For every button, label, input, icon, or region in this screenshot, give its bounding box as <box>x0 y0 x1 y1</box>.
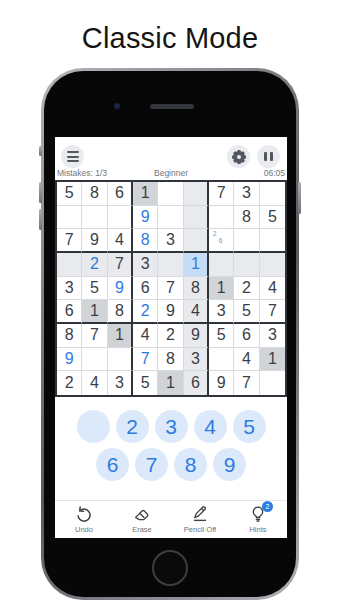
pencil-note-6: 6 <box>219 238 223 245</box>
volume-down-button <box>39 209 42 230</box>
sudoku-cell-r7c6[interactable]: 9 <box>184 324 209 348</box>
undo-button[interactable]: Undo <box>55 505 113 534</box>
undo-label: Undo <box>75 525 93 534</box>
sudoku-cell-r6c1[interactable]: 6 <box>57 300 82 324</box>
pencil-toggle-button[interactable]: Pencil Off <box>171 505 229 534</box>
sudoku-cell-r5c6[interactable]: 8 <box>184 277 209 301</box>
sudoku-cell-r6c3[interactable]: 8 <box>108 300 133 324</box>
front-camera-icon <box>114 103 120 109</box>
sudoku-cell-r1c8[interactable]: 3 <box>234 182 259 206</box>
pad-digit-5[interactable]: 5 <box>233 410 266 443</box>
sudoku-cell-r6c4[interactable]: 2 <box>133 300 158 324</box>
pad-digit-6[interactable]: 6 <box>96 448 129 481</box>
sudoku-cell-r2c7[interactable] <box>209 206 234 230</box>
pencil-label: Pencil Off <box>184 525 216 534</box>
sudoku-cell-r2c5[interactable] <box>158 206 183 230</box>
sudoku-cell-r1c6[interactable] <box>184 182 209 206</box>
sudoku-cell-r3c6[interactable] <box>184 229 209 253</box>
sudoku-cell-r1c9[interactable] <box>260 182 285 206</box>
sudoku-cell-r9c8[interactable]: 7 <box>234 371 259 395</box>
sudoku-cell-r1c1[interactable]: 5 <box>57 182 82 206</box>
undo-icon <box>75 505 93 523</box>
sudoku-cell-r7c3[interactable]: 1 <box>108 324 133 348</box>
phone-bezel: Mistakes: 1/3 Beginner 06:05 58617398579… <box>44 71 296 597</box>
sudoku-cell-r6c9[interactable]: 7 <box>260 300 285 324</box>
power-button <box>298 182 301 214</box>
sudoku-cell-r7c2[interactable]: 7 <box>82 324 107 348</box>
sudoku-cell-r4c1[interactable] <box>57 253 82 277</box>
sudoku-cell-r1c4[interactable]: 1 <box>133 182 158 206</box>
sudoku-cell-r4c4[interactable]: 3 <box>133 253 158 277</box>
sudoku-cell-r5c7[interactable]: 1 <box>209 277 234 301</box>
number-pad: 2345 6789 <box>55 410 287 481</box>
sudoku-cell-r8c9[interactable]: 1 <box>260 348 285 372</box>
app-header <box>55 137 287 168</box>
sudoku-cell-r6c2[interactable]: 1 <box>82 300 107 324</box>
lightbulb-icon: 2 <box>249 505 267 523</box>
sudoku-cell-r9c4[interactable]: 5 <box>133 371 158 395</box>
pad-digit-2[interactable]: 2 <box>116 410 149 443</box>
sudoku-cell-r5c5[interactable]: 7 <box>158 277 183 301</box>
menu-button[interactable] <box>61 145 84 168</box>
pause-button[interactable] <box>257 145 280 168</box>
difficulty-label: Beginner <box>133 168 209 178</box>
sudoku-cell-r8c4[interactable]: 7 <box>133 348 158 372</box>
eraser-icon <box>133 505 151 523</box>
sudoku-cell-r7c8[interactable]: 6 <box>234 324 259 348</box>
sudoku-cell-r5c9[interactable]: 4 <box>260 277 285 301</box>
settings-button[interactable] <box>227 145 250 168</box>
sudoku-cell-r2c9[interactable]: 5 <box>260 206 285 230</box>
sudoku-cell-r7c9[interactable]: 3 <box>260 324 285 348</box>
pad-digit-8[interactable]: 8 <box>174 448 207 481</box>
sudoku-cell-r5c8[interactable]: 2 <box>234 277 259 301</box>
pad-digit-7[interactable]: 7 <box>135 448 168 481</box>
pad-digit-9[interactable]: 9 <box>213 448 246 481</box>
pencil-note-2: 2 <box>213 231 217 238</box>
erase-label: Erase <box>132 525 152 534</box>
sudoku-cell-r3c1[interactable]: 7 <box>57 229 82 253</box>
sudoku-cell-r4c3[interactable]: 7 <box>108 253 133 277</box>
home-button[interactable] <box>152 550 188 586</box>
sudoku-grid: 5861739857948326273135967812461829435787… <box>55 180 287 397</box>
sudoku-cell-r6c6[interactable]: 4 <box>184 300 209 324</box>
mistakes-label: Mistakes: 1/3 <box>57 168 133 178</box>
sudoku-cell-r8c1[interactable]: 9 <box>57 348 82 372</box>
sudoku-cell-r4c5[interactable] <box>158 253 183 277</box>
sudoku-cell-r4c6[interactable]: 1 <box>184 253 209 277</box>
sudoku-cell-r9c9[interactable] <box>260 371 285 395</box>
sudoku-cell-r6c5[interactable]: 9 <box>158 300 183 324</box>
sudoku-cell-r1c2[interactable]: 8 <box>82 182 107 206</box>
status-row: Mistakes: 1/3 Beginner 06:05 <box>55 168 287 180</box>
sudoku-cell-r3c8[interactable] <box>234 229 259 253</box>
sudoku-cell-r2c2[interactable] <box>82 206 107 230</box>
pad-digit-4[interactable]: 4 <box>194 410 227 443</box>
sudoku-cell-r9c6[interactable]: 6 <box>184 371 209 395</box>
sudoku-cell-r9c5[interactable]: 1 <box>158 371 183 395</box>
sudoku-cell-r5c3[interactable]: 9 <box>108 277 133 301</box>
sudoku-cell-r3c4[interactable]: 8 <box>133 229 158 253</box>
sudoku-cell-r5c1[interactable]: 3 <box>57 277 82 301</box>
sudoku-cell-r3c3[interactable]: 4 <box>108 229 133 253</box>
sudoku-cell-r2c1[interactable] <box>57 206 82 230</box>
pencil-icon <box>191 505 209 523</box>
sudoku-cell-r8c3[interactable] <box>108 348 133 372</box>
sudoku-cell-r3c7[interactable]: 26 <box>209 229 234 253</box>
sudoku-cell-r1c3[interactable]: 6 <box>108 182 133 206</box>
timer-label: 06:05 <box>209 168 285 178</box>
toolbar: Undo Erase <box>55 500 287 538</box>
sudoku-cell-r9c2[interactable]: 4 <box>82 371 107 395</box>
pad-row-1: 2345 <box>55 410 287 443</box>
sudoku-cell-r4c9[interactable] <box>260 253 285 277</box>
sudoku-cell-r9c7[interactable]: 9 <box>209 371 234 395</box>
sudoku-cell-r8c7[interactable] <box>209 348 234 372</box>
sudoku-cell-r9c3[interactable]: 3 <box>108 371 133 395</box>
sudoku-cell-r2c8[interactable]: 8 <box>234 206 259 230</box>
sudoku-cell-r8c2[interactable] <box>82 348 107 372</box>
erase-button[interactable]: Erase <box>113 505 171 534</box>
sudoku-cell-r2c6[interactable] <box>184 206 209 230</box>
sudoku-cell-r2c3[interactable] <box>108 206 133 230</box>
volume-up-button <box>39 182 42 203</box>
sudoku-cell-r5c2[interactable]: 5 <box>82 277 107 301</box>
mute-switch <box>39 146 42 156</box>
pencil-notes: 26 <box>209 229 233 251</box>
sudoku-cell-r3c5[interactable]: 3 <box>158 229 183 253</box>
pad-digit-1-exhausted[interactable] <box>77 410 110 443</box>
app-screen: Mistakes: 1/3 Beginner 06:05 58617398579… <box>55 137 287 538</box>
sudoku-cell-r8c8[interactable]: 4 <box>234 348 259 372</box>
sudoku-cell-r2c4[interactable]: 9 <box>133 206 158 230</box>
hamburger-icon <box>67 151 79 162</box>
sudoku-cell-r1c7[interactable]: 7 <box>209 182 234 206</box>
pad-digit-3[interactable]: 3 <box>155 410 188 443</box>
sudoku-cell-r3c9[interactable] <box>260 229 285 253</box>
sudoku-cell-r5c4[interactable]: 6 <box>133 277 158 301</box>
sudoku-cell-r6c8[interactable]: 5 <box>234 300 259 324</box>
sudoku-cell-r4c2[interactable]: 2 <box>82 253 107 277</box>
sudoku-cell-r4c7[interactable] <box>209 253 234 277</box>
sudoku-cell-r9c1[interactable]: 2 <box>57 371 82 395</box>
hints-button[interactable]: 2 Hints <box>229 505 287 534</box>
hints-label: Hints <box>249 525 266 534</box>
sudoku-cell-r6c7[interactable]: 3 <box>209 300 234 324</box>
sudoku-cell-r7c5[interactable]: 2 <box>158 324 183 348</box>
sudoku-cell-r7c7[interactable]: 5 <box>209 324 234 348</box>
page-title: Classic Mode <box>0 0 340 55</box>
sudoku-cell-r8c6[interactable]: 3 <box>184 348 209 372</box>
pause-icon <box>264 152 273 161</box>
sudoku-cell-r7c4[interactable]: 4 <box>133 324 158 348</box>
gear-icon <box>232 150 246 164</box>
sudoku-cell-r3c2[interactable]: 9 <box>82 229 107 253</box>
sudoku-cell-r4c8[interactable] <box>234 253 259 277</box>
pad-row-2: 6789 <box>55 448 287 481</box>
earpiece-speaker <box>150 104 194 109</box>
sudoku-cell-r1c5[interactable] <box>158 182 183 206</box>
hints-badge: 2 <box>262 501 273 512</box>
sudoku-cell-r8c5[interactable]: 8 <box>158 348 183 372</box>
phone-frame: Mistakes: 1/3 Beginner 06:05 58617398579… <box>41 68 299 600</box>
sudoku-cell-r7c1[interactable]: 8 <box>57 324 82 348</box>
